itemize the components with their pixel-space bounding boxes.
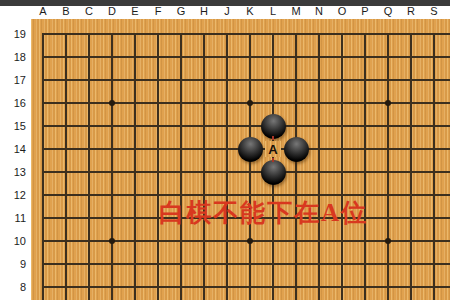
grid-line-horizontal (42, 263, 450, 265)
star-point (247, 100, 253, 106)
row-label: 10 (0, 234, 26, 248)
column-label: L (263, 5, 283, 18)
column-label: F (148, 5, 168, 18)
grid-line-horizontal (42, 286, 450, 288)
grid-line-horizontal (42, 56, 450, 58)
row-label: 13 (0, 165, 26, 179)
column-label: E (125, 5, 145, 18)
point-marker-label: A (268, 142, 277, 157)
grid-line-vertical (341, 33, 343, 300)
row-label: 18 (0, 50, 26, 64)
go-board[interactable]: A (31, 19, 450, 300)
grid-line-vertical (295, 33, 297, 300)
row-label: 19 (0, 27, 26, 41)
row-label: 8 (0, 280, 26, 294)
marker-dash (272, 158, 274, 162)
grid-line-vertical (134, 33, 136, 300)
column-label: H (194, 5, 214, 18)
column-label: C (79, 5, 99, 18)
grid-line-horizontal (42, 171, 450, 173)
column-label: D (102, 5, 122, 18)
black-stone (261, 114, 286, 139)
column-label: K (240, 5, 260, 18)
star-point (247, 238, 253, 244)
grid-line-vertical (318, 33, 320, 300)
grid-line-vertical (433, 33, 435, 300)
column-label: S (424, 5, 444, 18)
column-label: Q (378, 5, 398, 18)
row-label: 11 (0, 211, 26, 225)
column-label: P (355, 5, 375, 18)
marker-dash (272, 136, 274, 140)
row-label: 17 (0, 73, 26, 87)
column-label: O (332, 5, 352, 18)
black-stone (261, 160, 286, 185)
row-label: 12 (0, 188, 26, 202)
grid-line-horizontal (42, 125, 450, 127)
grid-line-horizontal (42, 79, 450, 81)
column-label: N (309, 5, 329, 18)
column-label: A (33, 5, 53, 18)
row-label: 15 (0, 119, 26, 133)
grid-line-vertical (249, 33, 251, 300)
star-point (385, 238, 391, 244)
star-point (385, 100, 391, 106)
grid-line-vertical (42, 33, 44, 300)
grid-line-horizontal (42, 33, 450, 35)
column-label: R (401, 5, 421, 18)
grid-line-horizontal (42, 194, 450, 196)
black-stone (238, 137, 263, 162)
row-label: 9 (0, 257, 26, 271)
column-label: G (171, 5, 191, 18)
column-label: M (286, 5, 306, 18)
grid-line-vertical (180, 33, 182, 300)
grid-line-vertical (111, 33, 113, 300)
grid-line-vertical (88, 33, 90, 300)
grid-line-vertical (157, 33, 159, 300)
column-label: J (217, 5, 237, 18)
star-point (109, 100, 115, 106)
black-stone (284, 137, 309, 162)
grid-line-vertical (364, 33, 366, 300)
grid-line-vertical (65, 33, 67, 300)
annotation-text: 白棋不能下在A位 (159, 199, 368, 226)
column-label: B (56, 5, 76, 18)
grid-line-vertical (387, 33, 389, 300)
star-point (109, 238, 115, 244)
grid-line-vertical (410, 33, 412, 300)
grid-line-vertical (226, 33, 228, 300)
row-label: 14 (0, 142, 26, 156)
point-marker: A (265, 141, 281, 157)
grid-line-vertical (203, 33, 205, 300)
row-label: 16 (0, 96, 26, 110)
go-tutorial-window: A 白棋不能下在A位 ABCDEFGHJKLMNOPQRS19181716151… (0, 0, 450, 300)
